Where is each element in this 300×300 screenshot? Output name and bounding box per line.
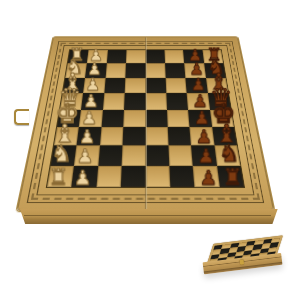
pieces-layer: ♜ ♞ ♝ ♛ ♚ ♝ ♞ ♜ ♟ ♟ ♟ ♟ ♟ ♟ ♟ ♟ ♟ ♟ ♟ ♟ [46,49,246,188]
piece-black-pawn[interactable]: ♟ [195,128,211,146]
piece-black-pawn[interactable]: ♟ [199,169,217,189]
folded-chess-box [196,231,298,294]
chess-board: ♜ ♞ ♝ ♛ ♚ ♝ ♞ ♜ ♟ ♟ ♟ ♟ ♟ ♟ ♟ ♟ ♟ ♟ ♟ ♟ [17,37,275,211]
piece-black-pawn[interactable]: ♟ [197,147,214,166]
piece-black-rook[interactable]: ♜ [223,166,243,188]
piece-white-knight[interactable]: ♞ [51,143,72,166]
piece-white-pawn[interactable]: ♟ [82,110,98,128]
piece-white-rook[interactable]: ♜ [48,166,68,188]
chess-board-scene: ♜ ♞ ♝ ♛ ♚ ♝ ♞ ♜ ♟ ♟ ♟ ♟ ♟ ♟ ♟ ♟ ♟ ♟ ♟ ♟ [38,2,253,217]
piece-white-pawn[interactable]: ♟ [74,169,92,189]
piece-white-pawn[interactable]: ♟ [77,147,94,166]
board-front-edge [16,209,279,224]
piece-white-pawn[interactable]: ♟ [79,128,95,146]
brass-clasp-hook [14,109,29,125]
piece-black-knight[interactable]: ♞ [219,143,240,166]
folded-box-clasp [240,259,245,264]
product-photo-chess-set: ♜ ♞ ♝ ♛ ♚ ♝ ♞ ♜ ♟ ♟ ♟ ♟ ♟ ♟ ♟ ♟ ♟ ♟ ♟ ♟ [0,0,300,300]
piece-black-pawn[interactable]: ♟ [194,110,210,128]
